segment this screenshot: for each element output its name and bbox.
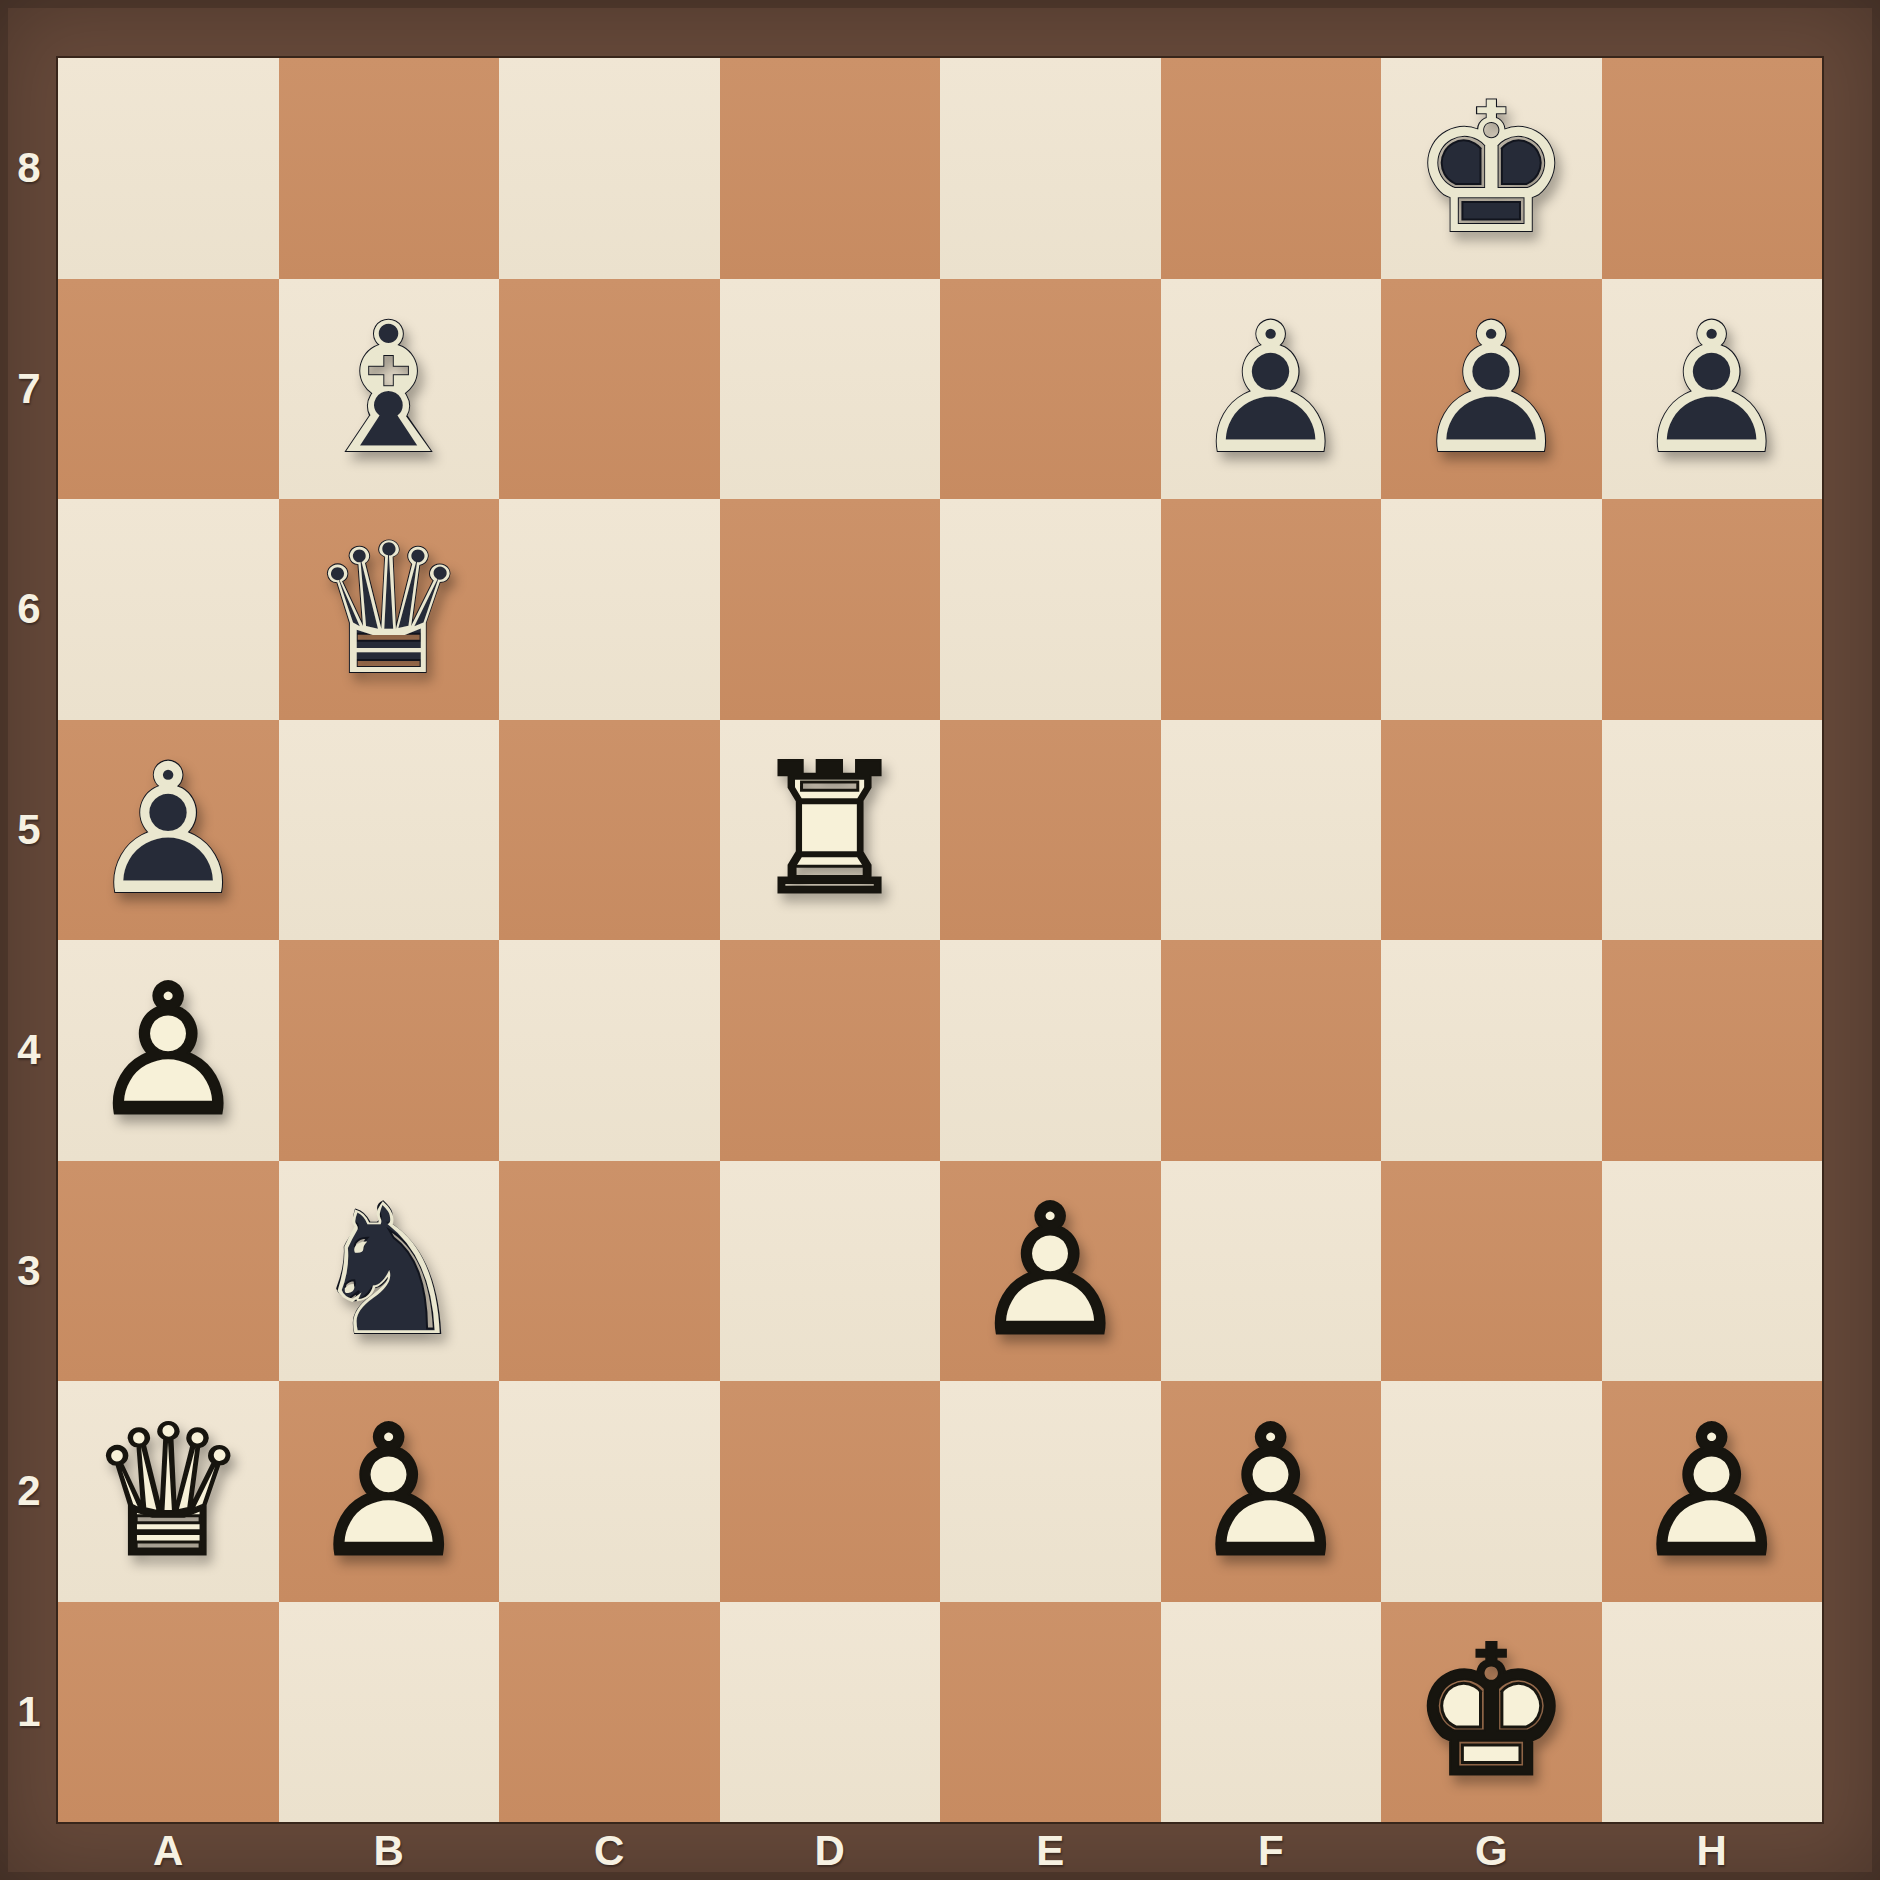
square-c6[interactable] <box>499 499 720 720</box>
square-h7[interactable]: ♟♙ <box>1602 279 1823 500</box>
square-c2[interactable] <box>499 1381 720 1602</box>
square-b2[interactable]: ♟♙ <box>279 1381 500 1602</box>
square-h1[interactable] <box>1602 1602 1823 1823</box>
piece-glyph-outline: ♙ <box>1161 279 1382 500</box>
square-a4[interactable]: ♟♙ <box>58 940 279 1161</box>
square-g6[interactable] <box>1381 499 1602 720</box>
square-f2[interactable]: ♟♙ <box>1161 1381 1382 1602</box>
square-d6[interactable] <box>720 499 941 720</box>
square-g2[interactable] <box>1381 1381 1602 1602</box>
square-a6[interactable] <box>58 499 279 720</box>
square-h6[interactable] <box>1602 499 1823 720</box>
square-f8[interactable] <box>1161 58 1382 279</box>
rank-label-6: 6 <box>0 499 58 720</box>
square-b8[interactable] <box>279 58 500 279</box>
square-d4[interactable] <box>720 940 941 1161</box>
square-f5[interactable] <box>1161 720 1382 941</box>
square-h3[interactable] <box>1602 1161 1823 1382</box>
square-e3[interactable]: ♟♙ <box>940 1161 1161 1382</box>
square-e1[interactable] <box>940 1602 1161 1823</box>
rank-labels: 87654321 <box>0 58 58 1822</box>
square-h5[interactable] <box>1602 720 1823 941</box>
square-h4[interactable] <box>1602 940 1823 1161</box>
square-d2[interactable] <box>720 1381 941 1602</box>
square-b4[interactable] <box>279 940 500 1161</box>
file-label-e: E <box>940 1822 1161 1880</box>
square-e5[interactable] <box>940 720 1161 941</box>
square-a2[interactable]: ♛♕ <box>58 1381 279 1602</box>
chess-board-frame: ♚♔♝♗♟♙♟♙♟♙♛♕♟♙♜♖♟♙♞♘♟♙♛♕♟♙♟♙♟♙♚♔ 8765432… <box>0 0 1880 1880</box>
square-g7[interactable]: ♟♙ <box>1381 279 1602 500</box>
white-pawn-icon[interactable]: ♟♙ <box>58 940 279 1161</box>
rank-label-1: 1 <box>0 1602 58 1823</box>
black-bishop-icon[interactable]: ♝♗ <box>279 279 500 500</box>
square-c3[interactable] <box>499 1161 720 1382</box>
square-e6[interactable] <box>940 499 1161 720</box>
rank-label-4: 4 <box>0 940 58 1161</box>
square-h8[interactable] <box>1602 58 1823 279</box>
black-pawn-icon[interactable]: ♟♙ <box>1381 279 1602 500</box>
square-c5[interactable] <box>499 720 720 941</box>
square-h2[interactable]: ♟♙ <box>1602 1381 1823 1602</box>
square-c1[interactable] <box>499 1602 720 1823</box>
square-a5[interactable]: ♟♙ <box>58 720 279 941</box>
rank-label-3: 3 <box>0 1161 58 1382</box>
rank-label-2: 2 <box>0 1381 58 1602</box>
chess-board: ♚♔♝♗♟♙♟♙♟♙♛♕♟♙♜♖♟♙♞♘♟♙♛♕♟♙♟♙♟♙♚♔ <box>58 58 1822 1822</box>
square-e2[interactable] <box>940 1381 1161 1602</box>
square-f3[interactable] <box>1161 1161 1382 1382</box>
rank-label-8: 8 <box>0 58 58 279</box>
file-label-a: A <box>58 1822 279 1880</box>
black-knight-icon[interactable]: ♞♘ <box>279 1161 500 1382</box>
piece-glyph-outline: ♕ <box>279 499 500 720</box>
square-f1[interactable] <box>1161 1602 1382 1823</box>
square-f6[interactable] <box>1161 499 1382 720</box>
piece-glyph-outline: ♖ <box>720 720 941 941</box>
square-a8[interactable] <box>58 58 279 279</box>
square-e8[interactable] <box>940 58 1161 279</box>
piece-glyph-outline: ♙ <box>58 940 279 1161</box>
piece-glyph-outline: ♘ <box>279 1161 500 1382</box>
piece-glyph-outline: ♙ <box>1602 1381 1823 1602</box>
piece-glyph-outline: ♙ <box>1161 1381 1382 1602</box>
square-g4[interactable] <box>1381 940 1602 1161</box>
square-d3[interactable] <box>720 1161 941 1382</box>
piece-glyph-outline: ♔ <box>1381 58 1602 279</box>
piece-glyph-outline: ♗ <box>279 279 500 500</box>
file-label-h: H <box>1602 1822 1823 1880</box>
black-king-icon[interactable]: ♚♔ <box>1381 58 1602 279</box>
piece-glyph-outline: ♙ <box>1381 279 1602 500</box>
square-a7[interactable] <box>58 279 279 500</box>
file-label-c: C <box>499 1822 720 1880</box>
white-pawn-icon[interactable]: ♟♙ <box>1161 1381 1382 1602</box>
black-queen-icon[interactable]: ♛♕ <box>279 499 500 720</box>
square-a1[interactable] <box>58 1602 279 1823</box>
piece-glyph-outline: ♙ <box>279 1381 500 1602</box>
square-d7[interactable] <box>720 279 941 500</box>
square-c7[interactable] <box>499 279 720 500</box>
black-pawn-icon[interactable]: ♟♙ <box>1602 279 1823 500</box>
square-a3[interactable] <box>58 1161 279 1382</box>
piece-glyph-outline: ♔ <box>1381 1602 1602 1823</box>
piece-glyph-outline: ♙ <box>1602 279 1823 500</box>
white-pawn-icon[interactable]: ♟♙ <box>940 1161 1161 1382</box>
square-g8[interactable]: ♚♔ <box>1381 58 1602 279</box>
file-label-g: G <box>1381 1822 1602 1880</box>
square-b6[interactable]: ♛♕ <box>279 499 500 720</box>
square-d5[interactable]: ♜♖ <box>720 720 941 941</box>
square-d8[interactable] <box>720 58 941 279</box>
square-e7[interactable] <box>940 279 1161 500</box>
file-label-b: B <box>279 1822 500 1880</box>
file-label-f: F <box>1161 1822 1382 1880</box>
square-d1[interactable] <box>720 1602 941 1823</box>
white-pawn-icon[interactable]: ♟♙ <box>279 1381 500 1602</box>
rank-label-7: 7 <box>0 279 58 500</box>
square-f4[interactable] <box>1161 940 1382 1161</box>
file-label-d: D <box>720 1822 941 1880</box>
white-pawn-icon[interactable]: ♟♙ <box>1602 1381 1823 1602</box>
square-f7[interactable]: ♟♙ <box>1161 279 1382 500</box>
white-king-icon[interactable]: ♚♔ <box>1381 1602 1602 1823</box>
white-rook-icon[interactable]: ♜♖ <box>720 720 941 941</box>
square-b7[interactable]: ♝♗ <box>279 279 500 500</box>
piece-glyph-outline: ♕ <box>58 1381 279 1602</box>
square-g3[interactable] <box>1381 1161 1602 1382</box>
black-pawn-icon[interactable]: ♟♙ <box>1161 279 1382 500</box>
rank-label-5: 5 <box>0 720 58 941</box>
piece-glyph-outline: ♙ <box>58 720 279 941</box>
square-b3[interactable]: ♞♘ <box>279 1161 500 1382</box>
square-b5[interactable] <box>279 720 500 941</box>
square-b1[interactable] <box>279 1602 500 1823</box>
black-pawn-icon[interactable]: ♟♙ <box>58 720 279 941</box>
white-queen-icon[interactable]: ♛♕ <box>58 1381 279 1602</box>
square-e4[interactable] <box>940 940 1161 1161</box>
file-labels: ABCDEFGH <box>58 1822 1822 1880</box>
piece-glyph-outline: ♙ <box>940 1161 1161 1382</box>
square-c8[interactable] <box>499 58 720 279</box>
square-g5[interactable] <box>1381 720 1602 941</box>
square-c4[interactable] <box>499 940 720 1161</box>
square-g1[interactable]: ♚♔ <box>1381 1602 1602 1823</box>
